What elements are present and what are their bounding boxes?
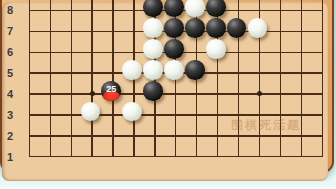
black-stone: [185, 60, 205, 80]
white-stone: [122, 102, 142, 122]
row-label: 3: [3, 109, 17, 121]
white-stone: [122, 60, 142, 80]
row-label: 2: [3, 130, 17, 142]
black-stone: [143, 81, 163, 101]
grid-line-horizontal: [29, 135, 323, 136]
black-stone: [164, 39, 184, 59]
black-stone: [206, 0, 226, 17]
move-number-label: 25: [101, 84, 121, 94]
row-label: 7: [3, 25, 17, 37]
row-label: 5: [3, 67, 17, 79]
white-stone: [143, 18, 163, 38]
grid-line-vertical: [50, 0, 51, 157]
go-app-screen: 25 围棋死活题 87654321: [0, 0, 336, 189]
grid-line-vertical: [112, 0, 113, 157]
white-stone: [185, 0, 205, 17]
white-stone: [164, 60, 184, 80]
black-stone: [164, 18, 184, 38]
row-label: 6: [3, 46, 17, 58]
grid-line-vertical: [91, 0, 92, 157]
black-stone: 25: [101, 81, 121, 101]
white-stone: [143, 39, 163, 59]
grid-line-vertical: [29, 0, 30, 157]
watermark-text: 围棋死活题: [231, 117, 301, 134]
black-stone: [164, 0, 184, 17]
grid-line-horizontal: [29, 156, 323, 157]
grid-line-vertical: [71, 0, 72, 157]
white-stone: [248, 18, 268, 38]
black-stone: [206, 18, 226, 38]
grid-line-vertical: [322, 0, 323, 157]
row-label: 1: [3, 151, 17, 163]
white-stone: [206, 39, 226, 59]
row-label: 8: [3, 4, 17, 16]
grid-line-horizontal: [29, 114, 323, 115]
row-label: 4: [3, 88, 17, 100]
white-stone: [143, 60, 163, 80]
grid-line-horizontal: [29, 93, 323, 94]
black-stone: [227, 18, 247, 38]
black-stone: [185, 18, 205, 38]
black-stone: [143, 0, 163, 17]
